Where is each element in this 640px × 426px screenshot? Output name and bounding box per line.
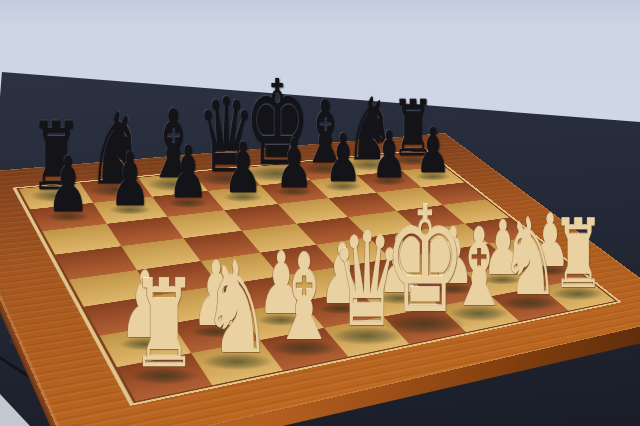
white-knight-g1[interactable]: ♞ <box>500 206 559 312</box>
white-bishop-c1[interactable]: ♝ <box>271 238 337 357</box>
black-pawn-f7[interactable]: ♟ <box>325 126 362 192</box>
white-rook-h1[interactable]: ♜ <box>551 207 604 302</box>
black-pawn-e7[interactable]: ♟ <box>276 130 314 198</box>
black-pawn-c7[interactable]: ♟ <box>168 138 208 210</box>
black-pawn-d7[interactable]: ♟ <box>223 134 262 204</box>
black-pawn-a7[interactable]: ♟ <box>47 147 90 224</box>
white-knight-b1[interactable]: ♞ <box>202 245 272 371</box>
chess-photo-scene: ♜♞♝♛♚♝♞♜♟♟♟♟♟♟♟♟♟♟♟♟♟♟♟♟♜♞♝♛♚♝♞♜ <box>0 0 640 426</box>
black-pawn-b7[interactable]: ♟ <box>110 142 151 216</box>
white-rook-a1[interactable]: ♜ <box>131 265 198 386</box>
black-pawn-h7[interactable]: ♟ <box>416 120 451 183</box>
pieces-layer: ♜♞♝♛♚♝♞♜♟♟♟♟♟♟♟♟♟♟♟♟♟♟♟♟♜♞♝♛♚♝♞♜ <box>0 0 640 426</box>
